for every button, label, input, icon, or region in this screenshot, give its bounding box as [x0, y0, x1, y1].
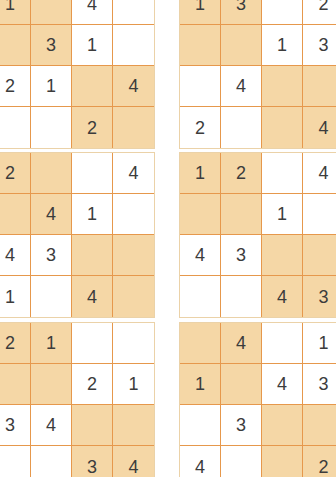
board-bottom-right-cell-r3c4-empty[interactable]: [303, 405, 336, 446]
board-middle-right-cell-r2c2-empty[interactable]: [221, 194, 262, 235]
board-middle-right-cell-r2c3-given: 1: [262, 194, 303, 235]
board-bottom-left-cell-r1c2-given: 1: [31, 323, 72, 364]
board-top-left-cell-r3c4-given: 4: [113, 66, 154, 107]
board-middle-left-cell-r1c3-empty[interactable]: [72, 153, 113, 194]
board-middle-right-cell-r3c2-given: 3: [221, 235, 262, 276]
board-bottom-right-cell-r4c2-empty[interactable]: [221, 446, 262, 477]
sudoku-board-bottom-left: 21213434: [0, 322, 155, 477]
board-top-right-cell-r2c3-given: 1: [262, 25, 303, 66]
board-bottom-left-cell-r4c3-given: 3: [72, 446, 113, 477]
board-bottom-left-cell-r1c3-empty[interactable]: [72, 323, 113, 364]
board-middle-left-cell-r3c3-empty[interactable]: [72, 235, 113, 276]
board-middle-right-cell-r2c1-empty[interactable]: [180, 194, 221, 235]
board-top-left-cell-r1c3-given: 4: [72, 0, 113, 25]
board-top-left-cell-r3c3-empty[interactable]: [72, 66, 113, 107]
board-top-left-cell-r3c2-given: 1: [31, 66, 72, 107]
board-middle-right-cell-r3c4-empty[interactable]: [303, 235, 336, 276]
board-top-left-cell-r2c2-given: 3: [31, 25, 72, 66]
board-top-right-cell-r4c2-empty[interactable]: [221, 107, 262, 148]
board-middle-right-cell-r3c1-given: 4: [180, 235, 221, 276]
board-bottom-right-cell-r4c1-given: 4: [180, 446, 221, 477]
board-middle-right-cell-r4c4-given: 3: [303, 276, 336, 317]
board-bottom-right-cell-r1c4-given: 1: [303, 323, 336, 364]
board-top-right-cell-r1c1-given: 1: [180, 0, 221, 25]
board-bottom-left-cell-r1c4-empty[interactable]: [113, 323, 154, 364]
board-bottom-right-cell-r3c1-empty[interactable]: [180, 405, 221, 446]
sudoku-board-middle-left: 24414314: [0, 152, 155, 318]
board-bottom-right-cell-r4c4-given: 2: [303, 446, 336, 477]
board-top-left-cell-r3c1-given: 2: [0, 66, 31, 107]
board-top-right-cell-r3c1-empty[interactable]: [180, 66, 221, 107]
board-top-left-cell-r1c2-empty[interactable]: [31, 0, 72, 25]
board-middle-left-cell-r3c1-given: 4: [0, 235, 31, 276]
board-top-left-cell-r2c4-empty[interactable]: [113, 25, 154, 66]
sudoku-board-top-left: 14312142: [0, 0, 155, 149]
board-middle-right-cell-r4c2-empty[interactable]: [221, 276, 262, 317]
sudoku-board-bottom-right: 41143342: [179, 322, 336, 477]
board-middle-left-cell-r3c4-empty[interactable]: [113, 235, 154, 276]
board-top-right-cell-r3c3-empty[interactable]: [262, 66, 303, 107]
worksheet-page: 14312142 13213424 24414314 12414343 2121…: [0, 0, 336, 477]
board-middle-left-cell-r4c2-empty[interactable]: [31, 276, 72, 317]
board-bottom-left-cell-r3c3-empty[interactable]: [72, 405, 113, 446]
board-middle-right-cell-r1c3-empty[interactable]: [262, 153, 303, 194]
board-top-left-cell-r4c1-empty[interactable]: [0, 107, 31, 148]
board-middle-left-cell-r2c1-empty[interactable]: [0, 194, 31, 235]
board-top-right-cell-r2c4-given: 3: [303, 25, 336, 66]
board-middle-right-cell-r2c4-empty[interactable]: [303, 194, 336, 235]
board-top-left-cell-r4c2-empty[interactable]: [31, 107, 72, 148]
board-bottom-left-cell-r1c1-given: 2: [0, 323, 31, 364]
board-bottom-right-cell-r1c2-given: 4: [221, 323, 262, 364]
board-middle-left-cell-r1c4-given: 4: [113, 153, 154, 194]
board-top-right-cell-r3c4-empty[interactable]: [303, 66, 336, 107]
board-bottom-left-cell-r2c2-empty[interactable]: [31, 364, 72, 405]
board-bottom-left-cell-r2c4-given: 1: [113, 364, 154, 405]
board-top-right-cell-r1c2-given: 3: [221, 0, 262, 25]
board-middle-right-cell-r1c4-given: 4: [303, 153, 336, 194]
board-bottom-right-cell-r2c4-given: 3: [303, 364, 336, 405]
board-top-right-cell-r4c3-empty[interactable]: [262, 107, 303, 148]
board-bottom-left-cell-r4c1-empty[interactable]: [0, 446, 31, 477]
board-middle-left-cell-r1c2-empty[interactable]: [31, 153, 72, 194]
board-bottom-right-cell-r2c1-given: 1: [180, 364, 221, 405]
board-middle-left-cell-r2c4-empty[interactable]: [113, 194, 154, 235]
board-middle-right-cell-r4c1-empty[interactable]: [180, 276, 221, 317]
board-bottom-right-cell-r3c2-given: 3: [221, 405, 262, 446]
board-top-left-cell-r2c3-given: 1: [72, 25, 113, 66]
board-top-right-cell-r2c2-empty[interactable]: [221, 25, 262, 66]
board-bottom-left-cell-r2c1-empty[interactable]: [0, 364, 31, 405]
board-bottom-left-cell-r4c4-given: 4: [113, 446, 154, 477]
board-bottom-left-cell-r3c4-empty[interactable]: [113, 405, 154, 446]
board-top-right-cell-r4c4-given: 4: [303, 107, 336, 148]
board-top-right-cell-r4c1-given: 2: [180, 107, 221, 148]
sudoku-board-top-right: 13213424: [179, 0, 336, 149]
board-bottom-right-cell-r3c3-empty[interactable]: [262, 405, 303, 446]
board-bottom-right-cell-r2c3-given: 4: [262, 364, 303, 405]
board-middle-left-cell-r2c3-given: 1: [72, 194, 113, 235]
board-middle-right-cell-r4c3-given: 4: [262, 276, 303, 317]
board-middle-left-cell-r4c4-empty[interactable]: [113, 276, 154, 317]
board-middle-left-cell-r1c1-given: 2: [0, 153, 31, 194]
board-bottom-left-cell-r3c2-given: 4: [31, 405, 72, 446]
board-middle-left-cell-r3c2-given: 3: [31, 235, 72, 276]
board-bottom-right-cell-r1c3-empty[interactable]: [262, 323, 303, 364]
board-top-right-cell-r2c1-empty[interactable]: [180, 25, 221, 66]
board-top-left-cell-r4c4-empty[interactable]: [113, 107, 154, 148]
board-middle-right-cell-r1c2-given: 2: [221, 153, 262, 194]
board-bottom-left-cell-r4c2-empty[interactable]: [31, 446, 72, 477]
sudoku-board-middle-right: 12414343: [179, 152, 336, 318]
board-top-left-cell-r1c1-given: 1: [0, 0, 31, 25]
board-top-right-cell-r1c4-given: 2: [303, 0, 336, 25]
board-middle-right-cell-r1c1-given: 1: [180, 153, 221, 194]
board-top-left-cell-r2c1-empty[interactable]: [0, 25, 31, 66]
board-middle-left-cell-r4c3-given: 4: [72, 276, 113, 317]
board-bottom-left-cell-r3c1-given: 3: [0, 405, 31, 446]
board-bottom-right-cell-r2c2-empty[interactable]: [221, 364, 262, 405]
board-top-right-cell-r1c3-empty[interactable]: [262, 0, 303, 25]
board-bottom-right-cell-r4c3-empty[interactable]: [262, 446, 303, 477]
board-top-left-cell-r1c4-empty[interactable]: [113, 0, 154, 25]
board-middle-left-cell-r2c2-given: 4: [31, 194, 72, 235]
board-bottom-left-cell-r2c3-given: 2: [72, 364, 113, 405]
board-top-left-cell-r4c3-given: 2: [72, 107, 113, 148]
board-bottom-right-cell-r1c1-empty[interactable]: [180, 323, 221, 364]
board-middle-right-cell-r3c3-empty[interactable]: [262, 235, 303, 276]
board-middle-left-cell-r4c1-given: 1: [0, 276, 31, 317]
board-top-right-cell-r3c2-given: 4: [221, 66, 262, 107]
